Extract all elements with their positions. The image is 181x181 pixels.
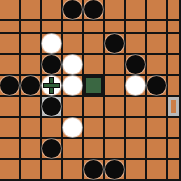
board-cell[interactable]	[21, 34, 42, 55]
black-stone	[0, 76, 19, 95]
board-cell[interactable]	[168, 21, 181, 34]
board-cell[interactable]	[126, 97, 147, 118]
board-cell[interactable]	[105, 118, 126, 139]
board-cell[interactable]	[0, 34, 21, 55]
board-cell[interactable]	[21, 55, 42, 76]
board-cell[interactable]	[0, 97, 21, 118]
black-stone	[42, 139, 61, 158]
board-cell[interactable]	[126, 118, 147, 139]
board-cell[interactable]	[21, 21, 42, 34]
board-cell[interactable]	[0, 139, 21, 160]
board-cell[interactable]	[21, 97, 42, 118]
board-cell[interactable]	[105, 21, 126, 34]
board-cell[interactable]	[21, 160, 42, 181]
board-cell[interactable]	[42, 160, 63, 181]
board-cell[interactable]	[84, 76, 105, 97]
board-cell[interactable]	[126, 160, 147, 181]
black-stone	[63, 0, 82, 19]
game-board	[0, 0, 181, 181]
board-cell[interactable]	[42, 139, 63, 160]
board-cell[interactable]	[42, 118, 63, 139]
black-stone	[42, 55, 61, 74]
black-stone	[21, 76, 40, 95]
black-stone	[105, 34, 124, 53]
board-cell[interactable]	[168, 76, 181, 97]
board-cell[interactable]	[63, 118, 84, 139]
board-cell[interactable]	[147, 21, 168, 34]
board-cell[interactable]	[0, 160, 21, 181]
board-cell[interactable]	[0, 118, 21, 139]
board-cell[interactable]	[84, 139, 105, 160]
board-cell[interactable]	[84, 118, 105, 139]
board-cell[interactable]	[21, 0, 42, 21]
board-cell[interactable]	[168, 55, 181, 76]
board-cell[interactable]	[105, 55, 126, 76]
board-cell[interactable]	[126, 55, 147, 76]
board-cell[interactable]	[168, 118, 181, 139]
board-cell[interactable]	[63, 55, 84, 76]
board-cell[interactable]	[126, 76, 147, 97]
board-cell[interactable]	[147, 160, 168, 181]
white-stone	[63, 118, 82, 137]
board-cell[interactable]	[63, 21, 84, 34]
board-cell[interactable]	[84, 21, 105, 34]
board-cell[interactable]	[63, 97, 84, 118]
board-cell[interactable]	[42, 21, 63, 34]
black-stone	[84, 160, 103, 179]
board-cell[interactable]	[168, 0, 181, 21]
board-cell[interactable]	[42, 0, 63, 21]
board-cell[interactable]	[0, 21, 21, 34]
board-cell[interactable]	[105, 97, 126, 118]
board-cell[interactable]	[168, 34, 181, 55]
black-stone	[84, 0, 103, 19]
white-stone	[42, 34, 61, 53]
board-cell[interactable]	[42, 97, 63, 118]
board-cell[interactable]	[105, 34, 126, 55]
board-cell[interactable]	[147, 97, 168, 118]
board-cell[interactable]	[84, 55, 105, 76]
board-cell[interactable]	[147, 55, 168, 76]
board-cell[interactable]	[126, 139, 147, 160]
board-cell[interactable]	[126, 21, 147, 34]
board-cell[interactable]	[126, 0, 147, 21]
board-cell[interactable]	[63, 76, 84, 97]
green-target-square	[84, 76, 103, 95]
black-stone	[126, 55, 145, 74]
white-stone	[63, 55, 82, 74]
board-cell[interactable]	[0, 0, 21, 21]
white-stone	[126, 76, 145, 95]
board-cell[interactable]	[63, 139, 84, 160]
board-cell[interactable]	[147, 76, 168, 97]
cross-marker-icon	[43, 83, 60, 88]
board-cell[interactable]	[21, 76, 42, 97]
board-cell[interactable]	[168, 160, 181, 181]
board-cell[interactable]	[147, 0, 168, 21]
board-cell[interactable]	[84, 34, 105, 55]
board-cell[interactable]	[147, 118, 168, 139]
gray-highlight-frame	[168, 97, 179, 116]
board-cell[interactable]	[21, 139, 42, 160]
board-cell[interactable]	[147, 34, 168, 55]
board-cell[interactable]	[105, 76, 126, 97]
board-cell[interactable]	[63, 0, 84, 21]
black-stone	[42, 97, 61, 116]
board-cell[interactable]	[105, 139, 126, 160]
board-cell[interactable]	[42, 55, 63, 76]
board-cell[interactable]	[84, 97, 105, 118]
board-cell[interactable]	[105, 0, 126, 21]
board-cell[interactable]	[0, 55, 21, 76]
board-cell[interactable]	[168, 97, 181, 118]
board-cell[interactable]	[42, 76, 63, 97]
board-cell[interactable]	[105, 160, 126, 181]
board-cell[interactable]	[126, 34, 147, 55]
board-cell[interactable]	[168, 139, 181, 160]
black-stone	[105, 160, 124, 179]
board-cell[interactable]	[42, 34, 63, 55]
board-cell[interactable]	[21, 118, 42, 139]
board-cell[interactable]	[63, 160, 84, 181]
board-cell[interactable]	[0, 76, 21, 97]
board-cell[interactable]	[63, 34, 84, 55]
board-cell[interactable]	[84, 160, 105, 181]
white-stone	[63, 76, 82, 95]
black-stone	[147, 76, 166, 95]
board-cell[interactable]	[84, 0, 105, 21]
board-cell[interactable]	[147, 139, 168, 160]
